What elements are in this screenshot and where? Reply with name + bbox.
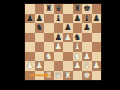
square-d7[interactable]: ♝ [54,14,64,24]
square-b4[interactable] [35,42,45,52]
piece-black-pawn[interactable]: ♟ [73,14,83,24]
square-g1[interactable]: ♚ [82,71,92,81]
square-d3[interactable] [54,52,64,62]
piece-white-pawn[interactable]: ♟ [92,61,102,71]
chess-board: ♜♛♜♚♟♟♝♟♝♟♞♟♟♟♟♞♟♝♞♞♟♟♟♟♝♟♜♛♜♚ [25,4,101,80]
square-e3[interactable] [63,52,73,62]
square-e5[interactable]: ♟ [63,33,73,43]
square-d1[interactable]: ♛ [54,71,64,81]
piece-white-rook[interactable]: ♜ [63,71,73,81]
square-h6[interactable] [92,23,102,33]
piece-white-pawn[interactable]: ♟ [54,42,64,52]
square-h4[interactable] [92,42,102,52]
square-g6[interactable]: ♟ [82,23,92,33]
square-b6[interactable]: ♞ [35,23,45,33]
square-h2[interactable]: ♟ [92,61,102,71]
square-b5[interactable] [35,33,45,43]
square-h1[interactable] [92,71,102,81]
piece-white-king[interactable]: ♚ [82,71,92,81]
square-a4[interactable] [25,42,35,52]
piece-white-rook[interactable]: ♜ [44,71,54,81]
square-c6[interactable] [44,23,54,33]
square-g5[interactable] [82,33,92,43]
square-e1[interactable]: ♜ [63,71,73,81]
square-a6[interactable] [25,23,35,33]
piece-white-pawn[interactable]: ♟ [25,61,35,71]
chess-app-screen: ♜♛♜♚♟♟♝♟♝♟♞♟♟♟♟♞♟♝♞♞♟♟♟♟♝♟♜♛♜♚ [0,0,120,90]
piece-black-pawn[interactable]: ♟ [82,23,92,33]
square-a7[interactable]: ♟ [25,14,35,24]
square-f7[interactable]: ♟ [73,14,83,24]
square-c5[interactable] [44,33,54,43]
square-e4[interactable] [63,42,73,52]
piece-black-pawn[interactable]: ♟ [92,14,102,24]
piece-white-pawn[interactable]: ♟ [63,33,73,43]
square-e8[interactable] [63,4,73,14]
piece-black-pawn[interactable]: ♟ [25,14,35,24]
square-h7[interactable]: ♟ [92,14,102,24]
piece-black-bishop[interactable]: ♝ [54,14,64,24]
piece-black-knight[interactable]: ♞ [35,23,45,33]
piece-white-knight[interactable]: ♞ [44,52,54,62]
square-f1[interactable] [73,71,83,81]
square-c1[interactable]: ♜ [44,71,54,81]
square-h5[interactable] [92,33,102,43]
piece-white-pawn[interactable]: ♟ [35,61,45,71]
piece-white-queen[interactable]: ♛ [54,71,64,81]
piece-white-pawn[interactable]: ♟ [73,61,83,71]
square-b2[interactable]: ♟ [35,61,45,71]
square-d4[interactable]: ♟ [54,42,64,52]
square-c7[interactable] [44,14,54,24]
square-a2[interactable]: ♟ [25,61,35,71]
square-c8[interactable]: ♜ [44,4,54,14]
square-a5[interactable] [25,33,35,43]
square-a1[interactable] [25,71,35,81]
square-b1[interactable] [35,71,45,81]
square-c3[interactable]: ♞ [44,52,54,62]
square-f2[interactable]: ♟ [73,61,83,71]
piece-black-rook[interactable]: ♜ [44,4,54,14]
